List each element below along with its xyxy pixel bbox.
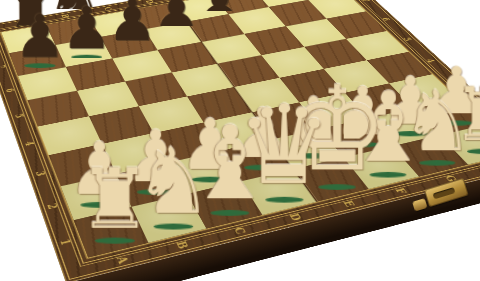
board-border: ♜♞♝♛♚♝♞♜♟♟♟♟♟♟♟♟♟♟♟♟♟♟♟♟♜♞♝♛♚♝♞♜ ABCDEFG… bbox=[0, 0, 480, 281]
green-felt-base bbox=[95, 237, 135, 243]
black-pawn-a7: ♟ bbox=[0, 6, 95, 65]
white-rook-a1: ♜ bbox=[44, 158, 186, 241]
latch-hook bbox=[412, 198, 427, 211]
chess-set-photo: ♜♞♝♛♚♝♞♜♟♟♟♟♟♟♟♟♟♟♟♟♟♟♟♟♜♞♝♛♚♝♞♜ ABCDEFG… bbox=[0, 0, 480, 281]
square-a7: ♟ bbox=[9, 45, 66, 76]
rook-glyph: ♜ bbox=[44, 158, 186, 241]
scene: ♜♞♝♛♚♝♞♜♟♟♟♟♟♟♟♟♟♟♟♟♟♟♟♟♜♞♝♛♚♝♞♜ ABCDEFG… bbox=[0, 0, 480, 281]
green-felt-base bbox=[24, 63, 55, 68]
folding-chessboard: ♜♞♝♛♚♝♞♜♟♟♟♟♟♟♟♟♟♟♟♟♟♟♟♟♜♞♝♛♚♝♞♜ ABCDEFG… bbox=[0, 0, 480, 281]
pawn-glyph: ♟ bbox=[0, 6, 95, 65]
square-a1: ♜ bbox=[74, 206, 149, 257]
